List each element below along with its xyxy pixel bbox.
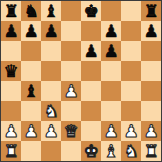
square-g7[interactable] (121, 21, 141, 41)
square-c3[interactable]: ♞ (41, 101, 61, 121)
piece-white-pawn[interactable]: ♟ (43, 121, 58, 141)
piece-black-pawn[interactable]: ♟ (83, 41, 98, 61)
square-e3[interactable] (81, 101, 101, 121)
square-f3[interactable] (101, 101, 121, 121)
square-g6[interactable] (121, 41, 141, 61)
square-d2[interactable]: ♛ (61, 121, 81, 141)
piece-black-queen[interactable]: ♛ (3, 61, 18, 81)
square-e8[interactable]: ♚ (81, 1, 101, 21)
square-g2[interactable]: ♟ (121, 121, 141, 141)
square-h2[interactable]: ♟ (141, 121, 161, 141)
piece-white-rook[interactable]: ♜ (3, 141, 18, 161)
square-b4[interactable]: ♝ (21, 81, 41, 101)
square-a3[interactable] (1, 101, 21, 121)
square-h3[interactable] (141, 101, 161, 121)
piece-white-rook[interactable]: ♜ (143, 141, 158, 161)
piece-black-bishop[interactable]: ♝ (43, 1, 58, 21)
square-a2[interactable]: ♟ (1, 121, 21, 141)
piece-white-pawn[interactable]: ♟ (23, 121, 38, 141)
square-c8[interactable]: ♝ (41, 1, 61, 21)
square-b1[interactable] (21, 141, 41, 161)
square-c4[interactable] (41, 81, 61, 101)
square-f5[interactable] (101, 61, 121, 81)
chess-board: ♜♞♝♚♜♟♟♟♟♟♟♟♛♝♟♞♟♟♟♛♟♟♟♜♚♝♞♜ (0, 0, 162, 162)
square-a6[interactable] (1, 41, 21, 61)
square-e5[interactable] (81, 61, 101, 81)
piece-black-king[interactable]: ♚ (83, 1, 98, 21)
square-g3[interactable] (121, 101, 141, 121)
square-f4[interactable] (101, 81, 121, 101)
piece-black-pawn[interactable]: ♟ (43, 21, 58, 41)
square-d4[interactable]: ♟ (61, 81, 81, 101)
square-h4[interactable] (141, 81, 161, 101)
square-c6[interactable] (41, 41, 61, 61)
square-a7[interactable]: ♟ (1, 21, 21, 41)
square-g8[interactable] (121, 1, 141, 21)
square-b7[interactable]: ♟ (21, 21, 41, 41)
square-e6[interactable]: ♟ (81, 41, 101, 61)
square-a4[interactable] (1, 81, 21, 101)
square-d3[interactable] (61, 101, 81, 121)
square-b5[interactable] (21, 61, 41, 81)
square-e7[interactable] (81, 21, 101, 41)
square-b6[interactable] (21, 41, 41, 61)
square-h5[interactable] (141, 61, 161, 81)
square-f8[interactable] (101, 1, 121, 21)
piece-white-pawn[interactable]: ♟ (123, 121, 138, 141)
square-e2[interactable] (81, 121, 101, 141)
piece-black-pawn[interactable]: ♟ (23, 21, 38, 41)
piece-black-pawn[interactable]: ♟ (143, 21, 158, 41)
square-h1[interactable]: ♜ (141, 141, 161, 161)
piece-white-knight[interactable]: ♞ (123, 141, 138, 161)
piece-white-pawn[interactable]: ♟ (63, 81, 78, 101)
piece-white-pawn[interactable]: ♟ (3, 121, 18, 141)
piece-black-knight[interactable]: ♞ (23, 1, 38, 21)
square-g5[interactable] (121, 61, 141, 81)
piece-white-bishop[interactable]: ♝ (103, 141, 118, 161)
square-a8[interactable]: ♜ (1, 1, 21, 21)
square-d8[interactable] (61, 1, 81, 21)
piece-white-king[interactable]: ♚ (83, 141, 98, 161)
square-a5[interactable]: ♛ (1, 61, 21, 81)
square-f1[interactable]: ♝ (101, 141, 121, 161)
piece-white-queen[interactable]: ♛ (63, 121, 78, 141)
square-a1[interactable]: ♜ (1, 141, 21, 161)
square-e1[interactable]: ♚ (81, 141, 101, 161)
square-d5[interactable] (61, 61, 81, 81)
square-b3[interactable] (21, 101, 41, 121)
square-h8[interactable]: ♜ (141, 1, 161, 21)
piece-white-knight[interactable]: ♞ (43, 101, 58, 121)
square-d6[interactable] (61, 41, 81, 61)
square-c5[interactable] (41, 61, 61, 81)
square-f6[interactable]: ♟ (101, 41, 121, 61)
square-g4[interactable] (121, 81, 141, 101)
piece-black-rook[interactable]: ♜ (3, 1, 18, 21)
square-f7[interactable]: ♟ (101, 21, 121, 41)
piece-black-pawn[interactable]: ♟ (103, 41, 118, 61)
square-c7[interactable]: ♟ (41, 21, 61, 41)
square-e4[interactable] (81, 81, 101, 101)
piece-black-bishop[interactable]: ♝ (23, 81, 38, 101)
square-g1[interactable]: ♞ (121, 141, 141, 161)
piece-white-pawn[interactable]: ♟ (103, 121, 118, 141)
square-f2[interactable]: ♟ (101, 121, 121, 141)
piece-black-pawn[interactable]: ♟ (3, 21, 18, 41)
square-c1[interactable] (41, 141, 61, 161)
square-d7[interactable] (61, 21, 81, 41)
piece-black-rook[interactable]: ♜ (143, 1, 158, 21)
square-b2[interactable]: ♟ (21, 121, 41, 141)
square-h7[interactable]: ♟ (141, 21, 161, 41)
square-b8[interactable]: ♞ (21, 1, 41, 21)
piece-black-pawn[interactable]: ♟ (103, 21, 118, 41)
square-c2[interactable]: ♟ (41, 121, 61, 141)
square-h6[interactable] (141, 41, 161, 61)
piece-white-pawn[interactable]: ♟ (143, 121, 158, 141)
square-d1[interactable] (61, 141, 81, 161)
